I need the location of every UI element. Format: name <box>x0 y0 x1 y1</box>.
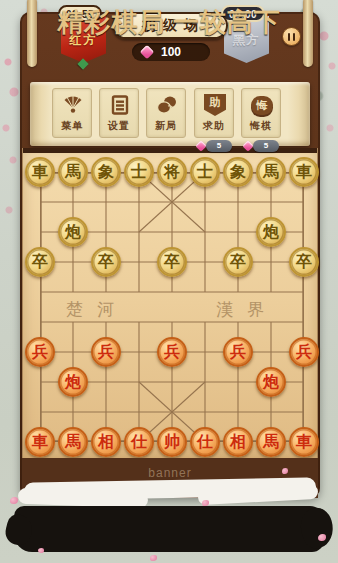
piece-black-advisor[interactable]: 士 <box>190 157 220 187</box>
petal-icon <box>38 548 44 553</box>
piece-black-soldier[interactable]: 卒 <box>91 247 121 277</box>
piece-red-horse[interactable]: 馬 <box>58 427 88 457</box>
piece-red-rook[interactable]: 車 <box>289 427 319 457</box>
piece-black-advisor[interactable]: 士 <box>124 157 154 187</box>
piece-red-advisor[interactable]: 仕 <box>124 427 154 457</box>
xiangqi-board[interactable]: 楚河 漢界 車馬象士将士象馬車炮炮卒卒卒卒卒兵兵兵兵兵炮炮車馬相仕帅仕相馬車 <box>22 148 318 458</box>
piece-red-general[interactable]: 帅 <box>157 427 187 457</box>
piece-black-horse[interactable]: 馬 <box>58 157 88 187</box>
piece-black-rook[interactable]: 車 <box>25 157 55 187</box>
new-game-button[interactable]: 新局 <box>146 88 186 138</box>
gem-icon <box>195 140 206 151</box>
petal-icon <box>150 555 157 561</box>
help-cost: 5 <box>197 140 233 152</box>
piece-red-soldier[interactable]: 兵 <box>25 337 55 367</box>
help-button-label: 求助 <box>195 119 233 133</box>
piece-red-horse[interactable]: 馬 <box>256 427 286 457</box>
petal-icon <box>10 497 18 504</box>
piece-black-elephant[interactable]: 象 <box>223 157 253 187</box>
stones-icon <box>155 93 179 117</box>
fan-icon <box>61 93 85 117</box>
help-flag-icon: 助 <box>203 93 227 117</box>
piece-black-cannon[interactable]: 炮 <box>256 217 286 247</box>
undo-cost: 5 <box>244 140 280 152</box>
piece-black-horse[interactable]: 馬 <box>256 157 286 187</box>
piece-black-rook[interactable]: 車 <box>289 157 319 187</box>
piece-black-soldier[interactable]: 卒 <box>289 247 319 277</box>
piece-red-soldier[interactable]: 兵 <box>91 337 121 367</box>
scroll-icon <box>108 93 132 117</box>
gem-icon <box>140 45 154 59</box>
settings-button[interactable]: 设置 <box>99 88 139 138</box>
piece-red-elephant[interactable]: 相 <box>223 427 253 457</box>
settings-button-label: 设置 <box>100 119 138 133</box>
piece-black-general[interactable]: 将 <box>157 157 187 187</box>
game-screen: 02:55 红方 00:00 黑方 初级场 100 菜单 设置 新局 助 求助 <box>0 0 338 563</box>
undo-button[interactable]: 悔 悔棋 <box>241 88 281 138</box>
piece-black-soldier[interactable]: 卒 <box>25 247 55 277</box>
new-game-button-label: 新局 <box>147 119 185 133</box>
piece-black-soldier[interactable]: 卒 <box>157 247 187 277</box>
river-label-left: 楚河 <box>45 298 135 322</box>
piece-red-rook[interactable]: 車 <box>25 427 55 457</box>
piece-black-elephant[interactable]: 象 <box>91 157 121 187</box>
piece-red-soldier[interactable]: 兵 <box>289 337 319 367</box>
menu-button[interactable]: 菜单 <box>52 88 92 138</box>
tagline-text: 精彩棋局 一较高下 <box>0 0 338 46</box>
undo-button-label: 悔棋 <box>242 119 280 133</box>
coin-count: 100 <box>161 45 181 59</box>
piece-black-cannon[interactable]: 炮 <box>58 217 88 247</box>
gem-icon <box>242 140 253 151</box>
undo-piece-icon: 悔 <box>250 93 274 117</box>
river-label-right: 漢界 <box>195 298 285 322</box>
piece-red-elephant[interactable]: 相 <box>91 427 121 457</box>
piece-red-soldier[interactable]: 兵 <box>157 337 187 367</box>
piece-red-advisor[interactable]: 仕 <box>190 427 220 457</box>
piece-black-soldier[interactable]: 卒 <box>223 247 253 277</box>
piece-red-soldier[interactable]: 兵 <box>223 337 253 367</box>
piece-red-cannon[interactable]: 炮 <box>58 367 88 397</box>
piece-red-cannon[interactable]: 炮 <box>256 367 286 397</box>
help-button[interactable]: 助 求助 <box>194 88 234 138</box>
ink-brush-stroke <box>14 506 324 552</box>
menu-button-label: 菜单 <box>53 119 91 133</box>
